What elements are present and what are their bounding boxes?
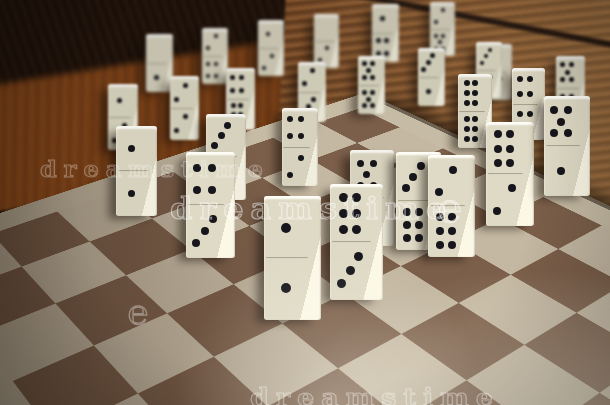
domino-pip <box>569 62 574 67</box>
domino-half-2 <box>258 49 278 74</box>
domino-half-2 <box>282 149 309 184</box>
domino-pip <box>527 111 533 117</box>
domino-pip <box>370 75 375 80</box>
domino-half-4 <box>226 70 248 98</box>
domino-half-4 <box>282 110 309 145</box>
domino-pip <box>238 103 243 108</box>
domino-pip <box>403 234 411 242</box>
domino-pip <box>472 116 478 122</box>
domino-pip <box>362 75 367 80</box>
domino-tile-1-1 <box>264 196 321 320</box>
domino-pip <box>370 160 377 167</box>
domino-pip <box>239 88 244 93</box>
domino-pip <box>441 34 445 38</box>
domino-pip <box>337 279 346 288</box>
domino-pip <box>281 283 291 293</box>
domino-pip <box>287 116 293 122</box>
domino-half-2 <box>170 109 192 138</box>
domino-pip <box>325 46 329 50</box>
domino-half-4 <box>186 155 223 203</box>
domino-tile-6-2 <box>486 122 534 226</box>
domino-pip <box>311 97 316 102</box>
domino-pip <box>436 227 444 235</box>
domino-pip <box>464 136 470 142</box>
domino-half-5 <box>358 86 379 112</box>
photo-dominoes-on-chessboard: 87654321abcdefgh dreamstime dreamstime d… <box>0 0 610 405</box>
domino-tile-1-2 <box>258 20 284 76</box>
domino-pip <box>472 90 478 96</box>
domino-pip <box>281 223 291 233</box>
domino-pip <box>352 209 361 218</box>
domino-tile-1-1 <box>116 126 157 216</box>
domino-half-1 <box>418 78 439 104</box>
domino-pip <box>206 62 210 66</box>
domino-pip <box>339 225 348 234</box>
domino-pip <box>415 208 423 216</box>
domino-pip <box>436 241 444 249</box>
domino-pip <box>508 184 516 192</box>
domino-tile-0-1 <box>146 34 173 92</box>
domino-pip <box>506 159 514 167</box>
domino-pip <box>472 136 478 142</box>
domino-half-2 <box>170 78 192 107</box>
domino-pip <box>506 145 514 153</box>
domino-pip <box>384 38 389 43</box>
domino-pip <box>403 208 411 216</box>
domino-pip <box>231 103 236 108</box>
domino-tile-0-2 <box>314 14 339 68</box>
domino-tile-1-4 <box>372 4 399 62</box>
domino-pip <box>287 133 293 139</box>
domino-pip <box>560 77 565 82</box>
domino-pip <box>565 70 570 75</box>
domino-half-3 <box>206 117 236 156</box>
domino-half-1 <box>146 64 167 90</box>
domino-pip <box>464 90 470 96</box>
domino-tile-3-1 <box>418 48 445 106</box>
domino-pip <box>564 106 572 114</box>
domino-pip <box>376 38 381 43</box>
domino-pip <box>209 215 217 223</box>
domino-pip <box>435 188 443 196</box>
domino-pip <box>494 130 502 138</box>
domino-pip <box>527 91 533 97</box>
domino-pip <box>287 172 293 178</box>
domino-pip <box>426 89 431 94</box>
domino-pip <box>218 132 225 139</box>
domino-pip <box>362 61 367 66</box>
domino-pip <box>206 74 210 78</box>
domino-pip <box>298 155 304 161</box>
domino-tile-4-2 <box>282 108 318 186</box>
domino-pip <box>370 61 375 66</box>
domino-pip <box>354 252 363 261</box>
domino-pip <box>417 162 425 170</box>
domino-pip <box>224 122 231 129</box>
domino-pip <box>488 48 492 52</box>
domino-pip <box>214 62 218 66</box>
domino-pip <box>517 91 523 97</box>
domino-pip <box>201 227 209 235</box>
domino-pip <box>472 80 478 86</box>
domino-pip <box>262 66 266 70</box>
domino-pip <box>366 97 371 102</box>
domino-pip <box>230 75 235 80</box>
domino-divider <box>332 241 371 243</box>
domino-pip <box>346 266 355 275</box>
domino-pip <box>298 116 304 122</box>
domino-pip <box>464 126 470 132</box>
domino-pip <box>310 68 315 73</box>
domino-half-1 <box>544 148 579 193</box>
domino-half-2 <box>428 158 464 204</box>
domino-half-5 <box>556 58 578 87</box>
domino-half-3 <box>418 50 439 76</box>
domino-pip <box>434 20 438 24</box>
domino-pip <box>154 75 159 80</box>
domino-divider <box>266 257 308 259</box>
domino-pip <box>557 167 565 175</box>
domino-pip <box>266 32 270 36</box>
domino-divider <box>188 204 224 206</box>
domino-pip <box>366 68 371 73</box>
domino-pip <box>239 75 244 80</box>
domino-half-6 <box>428 208 464 254</box>
domino-pip <box>193 164 201 172</box>
domino-pip <box>214 34 218 38</box>
domino-pip <box>569 77 574 82</box>
domino-pip <box>517 76 523 82</box>
domino-pip <box>436 213 444 221</box>
domino-pip <box>402 184 410 192</box>
domino-pip <box>208 186 216 194</box>
domino-pip <box>363 171 370 178</box>
domino-pip <box>370 90 375 95</box>
domino-pip <box>214 74 218 78</box>
domino-pip <box>415 221 423 229</box>
domino-pip <box>464 100 470 106</box>
domino-pip <box>174 97 179 102</box>
domino-half-1 <box>108 86 131 116</box>
domino-pip <box>409 173 417 181</box>
domino-tile-6-3 <box>330 184 383 300</box>
domino-pip <box>550 129 558 137</box>
domino-half-1 <box>264 260 307 316</box>
domino-pip <box>370 103 375 108</box>
domino-tile-2-2 <box>170 76 199 140</box>
domino-half-4 <box>202 57 222 82</box>
domino-pip <box>380 16 385 21</box>
domino-pip <box>211 142 218 149</box>
domino-pip <box>472 100 478 106</box>
domino-half-1 <box>258 22 278 47</box>
domino-pip <box>557 118 565 126</box>
domino-pip <box>448 213 456 221</box>
domino-pip <box>339 209 348 218</box>
domino-pip <box>183 83 188 88</box>
domino-pip <box>484 54 488 58</box>
domino-tile-5-1 <box>544 96 590 196</box>
domino-pip <box>183 114 188 119</box>
domino-pip <box>434 34 438 38</box>
domino-pip <box>527 76 533 82</box>
domino-pip <box>448 227 456 235</box>
domino-pip <box>302 81 307 86</box>
domino-tile-2-6 <box>428 155 475 257</box>
domino-pip <box>339 193 348 202</box>
domino-pip <box>564 129 572 137</box>
domino-pip <box>362 103 367 108</box>
domino-pip <box>352 225 361 234</box>
domino-pip <box>206 46 210 50</box>
domino-half-3 <box>396 155 430 199</box>
domino-pip <box>430 53 435 58</box>
domino-half-3 <box>330 244 370 296</box>
domino-half-6 <box>458 76 484 109</box>
domino-tile-2-4 <box>202 28 228 84</box>
domino-pip <box>449 166 457 174</box>
domino-pip <box>298 133 304 139</box>
domino-half-3 <box>186 207 223 255</box>
domino-half-2 <box>430 4 449 28</box>
domino-divider <box>488 173 524 175</box>
domino-pip <box>494 145 502 153</box>
domino-pip <box>550 106 558 114</box>
domino-half-6 <box>396 203 430 247</box>
domino-half-1 <box>116 173 147 214</box>
domino-pip <box>403 221 411 229</box>
domino-half-1 <box>372 6 393 32</box>
domino-pip <box>480 61 484 65</box>
domino-pip <box>426 60 431 65</box>
domino-half-2 <box>298 64 319 91</box>
domino-pip <box>493 207 501 215</box>
domino-pip <box>357 160 364 167</box>
domino-half-2 <box>486 176 522 223</box>
domino-pip <box>117 98 122 103</box>
domino-pip <box>464 116 470 122</box>
domino-pip <box>174 128 179 133</box>
domino-pip <box>192 239 200 247</box>
domino-pip <box>494 159 502 167</box>
domino-tile-5-5 <box>358 56 385 114</box>
domino-pip <box>464 80 470 86</box>
domino-half-3 <box>476 44 496 69</box>
domino-pip <box>362 90 367 95</box>
domino-pip <box>560 62 565 67</box>
domino-pip <box>128 145 135 152</box>
domino-pip <box>208 164 216 172</box>
domino-half-2 <box>202 30 222 55</box>
domino-pip <box>438 40 442 44</box>
domino-half-6 <box>330 187 370 239</box>
domino-pip <box>506 130 514 138</box>
domino-pip <box>421 67 426 72</box>
domino-half-1 <box>116 129 147 170</box>
domino-half-4 <box>512 70 537 102</box>
domino-pip <box>352 193 361 202</box>
domino-pip <box>472 126 478 132</box>
domino-tile-4-3 <box>186 152 235 258</box>
domino-pip <box>193 186 201 194</box>
domino-pip <box>441 8 445 12</box>
domino-pip <box>448 241 456 249</box>
domino-half-0 <box>314 16 333 40</box>
domino-half-5 <box>358 58 379 84</box>
domino-pip <box>384 51 389 56</box>
domino-half-1 <box>264 200 307 256</box>
domino-half-5 <box>544 99 579 144</box>
domino-pip <box>415 234 423 242</box>
domino-half-0 <box>146 36 167 62</box>
domino-pip <box>270 54 274 58</box>
domino-pip <box>230 88 235 93</box>
domino-half-6 <box>458 112 484 145</box>
domino-pip <box>128 190 135 197</box>
domino-pip <box>517 111 523 117</box>
domino-half-6 <box>486 125 522 172</box>
